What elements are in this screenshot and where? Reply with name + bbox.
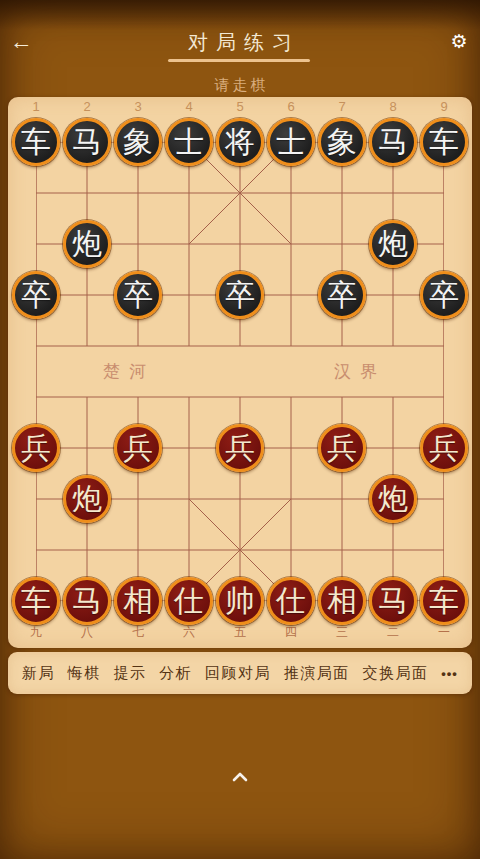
piece-glyph: 马: [378, 127, 408, 157]
piece-black-c7r0[interactable]: 象: [318, 118, 366, 166]
piece-black-c1r3[interactable]: 卒: [12, 271, 60, 319]
piece-glyph: 卒: [21, 280, 51, 310]
piece-glyph: 仕: [276, 586, 306, 616]
gear-icon: ⚙: [450, 31, 467, 52]
piece-glyph: 炮: [72, 229, 102, 259]
piece-glyph: 相: [327, 586, 357, 616]
piece-glyph: 车: [21, 586, 51, 616]
piece-glyph: 将: [225, 127, 255, 157]
piece-black-c2r0[interactable]: 马: [63, 118, 111, 166]
piece-black-c8r0[interactable]: 马: [369, 118, 417, 166]
file-label-7: 7: [317, 99, 368, 115]
action-toolbar: 新局悔棋提示分析回顾对局推演局面交换局面•••: [8, 652, 472, 694]
swap-position-button[interactable]: 交换局面: [363, 664, 429, 683]
piece-glyph: 兵: [429, 433, 459, 463]
file-label-3: 3: [113, 99, 164, 115]
piece-black-c5r0[interactable]: 将: [216, 118, 264, 166]
piece-black-c3r0[interactable]: 象: [114, 118, 162, 166]
file-label-5: 5: [215, 99, 266, 115]
piece-black-c9r3[interactable]: 卒: [420, 271, 468, 319]
screen: ← 对局练习 ⚙ 请走棋 123456789 楚河 汉界 车马象士将士象马车炮炮…: [0, 0, 480, 859]
file-label-6: 6: [266, 99, 317, 115]
piece-red-c4r9[interactable]: 仕: [165, 577, 213, 625]
settings-button[interactable]: ⚙: [444, 27, 474, 57]
piece-glyph: 炮: [378, 484, 408, 514]
piece-glyph: 车: [429, 127, 459, 157]
file-label-9: 9: [419, 99, 470, 115]
piece-black-c2r2[interactable]: 炮: [63, 220, 111, 268]
turn-status: 请走棋: [0, 76, 480, 95]
piece-glyph: 炮: [378, 229, 408, 259]
piece-glyph: 象: [123, 127, 153, 157]
piece-glyph: 兵: [327, 433, 357, 463]
title-underline: [168, 59, 310, 62]
piece-black-c7r3[interactable]: 卒: [318, 271, 366, 319]
xiangqi-board[interactable]: 123456789 楚河 汉界 车马象士将士象马车炮炮卒卒卒卒卒兵兵兵兵兵炮炮车…: [8, 97, 472, 648]
board-grid: 车马象士将士象马车炮炮卒卒卒卒卒兵兵兵兵兵炮炮车马相仕帅仕相马车: [11, 117, 470, 627]
piece-glyph: 相: [123, 586, 153, 616]
page-title: 对局练习: [0, 29, 480, 56]
piece-red-c3r6[interactable]: 兵: [114, 424, 162, 472]
piece-red-c5r6[interactable]: 兵: [216, 424, 264, 472]
review-game-button[interactable]: 回顾对局: [205, 664, 271, 683]
file-label-1: 1: [11, 99, 62, 115]
piece-red-c2r9[interactable]: 马: [63, 577, 111, 625]
piece-glyph: 车: [21, 127, 51, 157]
piece-black-c5r3[interactable]: 卒: [216, 271, 264, 319]
piece-black-c8r2[interactable]: 炮: [369, 220, 417, 268]
piece-glyph: 马: [72, 127, 102, 157]
more-button[interactable]: •••: [441, 666, 458, 681]
piece-glyph: 象: [327, 127, 357, 157]
piece-red-c5r9[interactable]: 帅: [216, 577, 264, 625]
piece-red-c1r6[interactable]: 兵: [12, 424, 60, 472]
piece-glyph: 卒: [327, 280, 357, 310]
piece-red-c9r9[interactable]: 车: [420, 577, 468, 625]
chevron-up-icon: [228, 769, 252, 785]
file-label-2: 2: [62, 99, 113, 115]
piece-red-c7r6[interactable]: 兵: [318, 424, 366, 472]
analyze-button[interactable]: 分析: [159, 664, 192, 683]
piece-black-c4r0[interactable]: 士: [165, 118, 213, 166]
piece-glyph: 卒: [225, 280, 255, 310]
expand-button[interactable]: [228, 768, 252, 786]
piece-glyph: 仕: [174, 586, 204, 616]
piece-glyph: 卒: [123, 280, 153, 310]
piece-red-c8r7[interactable]: 炮: [369, 475, 417, 523]
top-coordinates: 123456789: [11, 99, 470, 115]
piece-glyph: 士: [276, 127, 306, 157]
piece-red-c7r9[interactable]: 相: [318, 577, 366, 625]
piece-red-c1r9[interactable]: 车: [12, 577, 60, 625]
piece-glyph: 炮: [72, 484, 102, 514]
explore-position-button[interactable]: 推演局面: [284, 664, 350, 683]
piece-glyph: 帅: [225, 586, 255, 616]
piece-glyph: 车: [429, 586, 459, 616]
piece-glyph: 兵: [123, 433, 153, 463]
piece-glyph: 马: [72, 586, 102, 616]
piece-red-c6r9[interactable]: 仕: [267, 577, 315, 625]
piece-glyph: 士: [174, 127, 204, 157]
piece-black-c9r0[interactable]: 车: [420, 118, 468, 166]
piece-red-c3r9[interactable]: 相: [114, 577, 162, 625]
piece-black-c3r3[interactable]: 卒: [114, 271, 162, 319]
piece-red-c2r7[interactable]: 炮: [63, 475, 111, 523]
undo-button[interactable]: 悔棋: [68, 664, 101, 683]
file-label-4: 4: [164, 99, 215, 115]
app-bar: ← 对局练习 ⚙ 请走棋: [0, 0, 480, 97]
file-label-8: 8: [368, 99, 419, 115]
piece-glyph: 兵: [21, 433, 51, 463]
piece-glyph: 卒: [429, 280, 459, 310]
piece-glyph: 兵: [225, 433, 255, 463]
piece-black-c6r0[interactable]: 士: [267, 118, 315, 166]
hint-button[interactable]: 提示: [114, 664, 147, 683]
piece-glyph: 马: [378, 586, 408, 616]
piece-black-c1r0[interactable]: 车: [12, 118, 60, 166]
piece-red-c8r9[interactable]: 马: [369, 577, 417, 625]
new-game-button[interactable]: 新局: [22, 664, 55, 683]
piece-red-c9r6[interactable]: 兵: [420, 424, 468, 472]
